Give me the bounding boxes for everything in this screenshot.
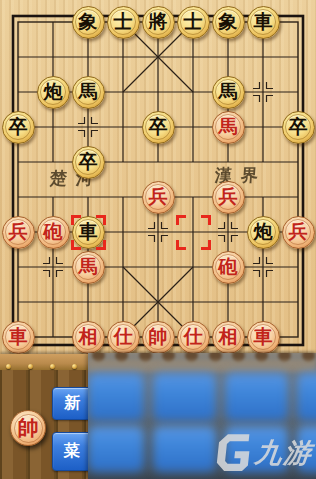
blurred-button bbox=[88, 373, 144, 421]
board-piece-red[interactable]: 車 bbox=[247, 321, 280, 354]
jiuyou-watermark: 九游 bbox=[215, 433, 315, 473]
board-piece-red[interactable]: 馬 bbox=[212, 111, 245, 144]
board-piece-red[interactable]: 砲 bbox=[37, 216, 70, 249]
board-piece-black[interactable]: 卒 bbox=[72, 146, 105, 179]
board-piece-red[interactable]: 兵 bbox=[2, 216, 35, 249]
board-piece-black[interactable]: 卒 bbox=[142, 111, 175, 144]
nail-dot bbox=[50, 364, 55, 369]
board-piece-black[interactable]: 卒 bbox=[2, 111, 35, 144]
board-piece-black[interactable]: 卒 bbox=[282, 111, 315, 144]
board-piece-red[interactable]: 兵 bbox=[142, 181, 175, 214]
board-piece-red[interactable]: 馬 bbox=[72, 251, 105, 284]
board-grid-lines bbox=[0, 0, 316, 354]
board-piece-red[interactable]: 仕 bbox=[177, 321, 210, 354]
blurred-button bbox=[153, 426, 216, 472]
board-piece-black[interactable]: 炮 bbox=[37, 76, 70, 109]
board-piece-black[interactable]: 車 bbox=[247, 6, 280, 39]
board-piece-black[interactable]: 士 bbox=[107, 6, 140, 39]
board-piece-red[interactable]: 相 bbox=[72, 321, 105, 354]
blurred-button bbox=[225, 373, 288, 421]
board-piece-red[interactable]: 相 bbox=[212, 321, 245, 354]
board-piece-black[interactable]: 車 bbox=[72, 216, 105, 249]
jiuyou-logo-icon bbox=[215, 433, 253, 473]
board-piece-red[interactable]: 仕 bbox=[107, 321, 140, 354]
board-piece-red[interactable]: 砲 bbox=[212, 251, 245, 284]
bottom-panel: 帥 新 菜 九游 bbox=[0, 354, 316, 479]
board-piece-red[interactable]: 兵 bbox=[282, 216, 315, 249]
blurred-button bbox=[153, 373, 216, 421]
board-piece-black[interactable]: 馬 bbox=[212, 76, 245, 109]
board-piece-red[interactable]: 車 bbox=[2, 321, 35, 354]
blurred-band bbox=[88, 360, 316, 372]
board-piece-red[interactable]: 帥 bbox=[142, 321, 175, 354]
board-piece-black[interactable]: 炮 bbox=[247, 216, 280, 249]
board-piece-black[interactable]: 士 bbox=[177, 6, 210, 39]
board-piece-red[interactable]: 兵 bbox=[212, 181, 245, 214]
board-piece-black[interactable]: 象 bbox=[212, 6, 245, 39]
board-piece-black[interactable]: 象 bbox=[72, 6, 105, 39]
nail-dot bbox=[6, 364, 11, 369]
blurred-overlay-panel: 九游 bbox=[88, 353, 316, 479]
blurred-button bbox=[297, 373, 316, 421]
nail-dot bbox=[72, 364, 77, 369]
watermark-text: 九游 bbox=[253, 435, 315, 471]
blurred-button bbox=[88, 426, 144, 472]
xiangqi-board[interactable]: 楚河 漢界 象士將士象車炮馬馬卒卒馬卒卒兵兵兵砲車炮兵馬砲車相仕帥仕相車 bbox=[0, 0, 316, 354]
xiangqi-game-screen: 楚河 漢界 象士將士象車炮馬馬卒卒馬卒卒兵兵兵砲車炮兵馬砲車相仕帥仕相車 帥 新… bbox=[0, 0, 316, 479]
new-game-button[interactable]: 新 bbox=[52, 387, 92, 420]
tray-general-piece: 帥 bbox=[10, 410, 46, 446]
board-piece-black[interactable]: 將 bbox=[142, 6, 175, 39]
board-piece-black[interactable]: 馬 bbox=[72, 76, 105, 109]
nail-dot bbox=[28, 364, 33, 369]
menu-button[interactable]: 菜 bbox=[52, 432, 92, 471]
